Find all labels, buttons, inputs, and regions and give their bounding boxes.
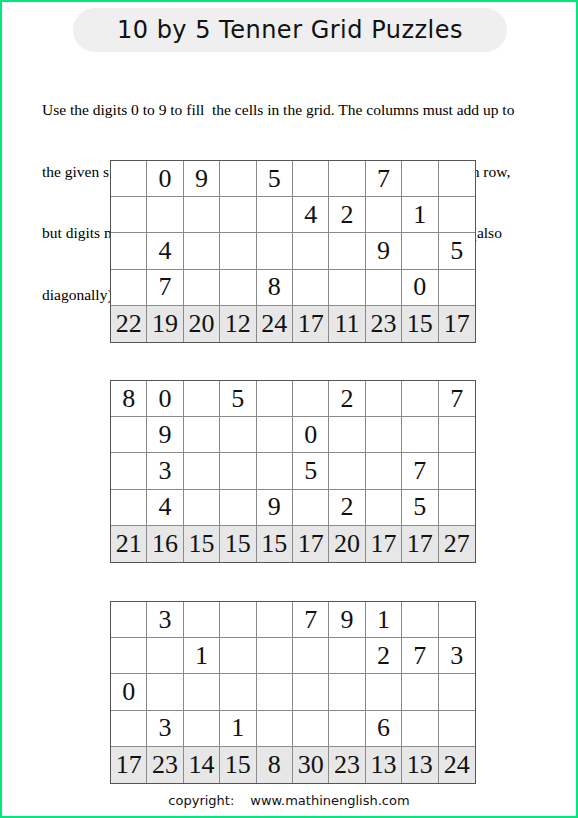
column-sum-cell: 16 bbox=[147, 526, 183, 562]
empty-cell[interactable] bbox=[366, 270, 402, 306]
empty-cell[interactable] bbox=[293, 233, 329, 269]
column-sum-cell: 15 bbox=[220, 747, 256, 783]
empty-cell[interactable] bbox=[439, 417, 475, 453]
empty-cell[interactable] bbox=[220, 490, 256, 526]
empty-cell[interactable] bbox=[257, 381, 293, 417]
column-sum-cell: 17 bbox=[366, 526, 402, 562]
empty-cell[interactable] bbox=[220, 233, 256, 269]
column-sum-cell: 19 bbox=[147, 306, 183, 342]
given-cell: 0 bbox=[147, 161, 183, 197]
empty-cell[interactable] bbox=[147, 638, 183, 674]
empty-cell[interactable] bbox=[439, 453, 475, 489]
empty-cell[interactable] bbox=[184, 602, 220, 638]
empty-cell[interactable] bbox=[111, 233, 147, 269]
given-cell: 5 bbox=[293, 453, 329, 489]
empty-cell[interactable] bbox=[111, 638, 147, 674]
given-cell: 4 bbox=[147, 490, 183, 526]
given-cell: 2 bbox=[329, 490, 365, 526]
empty-cell[interactable] bbox=[257, 233, 293, 269]
empty-cell[interactable] bbox=[257, 602, 293, 638]
empty-cell[interactable] bbox=[366, 453, 402, 489]
column-sum-cell: 24 bbox=[257, 306, 293, 342]
empty-cell[interactable] bbox=[111, 417, 147, 453]
given-cell: 7 bbox=[402, 638, 438, 674]
given-cell: 1 bbox=[366, 602, 402, 638]
column-sum-cell: 17 bbox=[439, 306, 475, 342]
given-cell: 9 bbox=[147, 417, 183, 453]
empty-cell[interactable] bbox=[111, 161, 147, 197]
empty-cell[interactable] bbox=[147, 674, 183, 710]
empty-cell[interactable] bbox=[257, 197, 293, 233]
empty-cell[interactable] bbox=[402, 233, 438, 269]
empty-cell[interactable] bbox=[220, 197, 256, 233]
empty-cell[interactable] bbox=[329, 674, 365, 710]
given-cell: 4 bbox=[147, 233, 183, 269]
empty-cell[interactable] bbox=[293, 270, 329, 306]
given-cell: 3 bbox=[147, 711, 183, 747]
tenner-grid-2: 8052790357492521161515151720171727 bbox=[110, 380, 476, 563]
column-sum-cell: 23 bbox=[329, 747, 365, 783]
empty-cell[interactable] bbox=[184, 453, 220, 489]
column-sum-cell: 15 bbox=[257, 526, 293, 562]
empty-cell[interactable] bbox=[439, 490, 475, 526]
given-cell: 1 bbox=[402, 197, 438, 233]
column-sum-cell: 17 bbox=[111, 747, 147, 783]
column-sum-cell: 15 bbox=[184, 526, 220, 562]
empty-cell[interactable] bbox=[366, 490, 402, 526]
given-cell: 0 bbox=[147, 381, 183, 417]
given-cell: 7 bbox=[147, 270, 183, 306]
copyright-label: copyright: bbox=[168, 793, 234, 808]
empty-cell[interactable] bbox=[257, 638, 293, 674]
empty-cell[interactable] bbox=[366, 197, 402, 233]
empty-cell[interactable] bbox=[111, 453, 147, 489]
empty-cell[interactable] bbox=[184, 674, 220, 710]
empty-cell[interactable] bbox=[439, 161, 475, 197]
empty-cell[interactable] bbox=[439, 270, 475, 306]
empty-cell[interactable] bbox=[329, 233, 365, 269]
column-sum-cell: 17 bbox=[402, 526, 438, 562]
column-sum-cell: 23 bbox=[147, 747, 183, 783]
empty-cell[interactable] bbox=[257, 417, 293, 453]
given-cell: 9 bbox=[184, 161, 220, 197]
column-sum-cell: 8 bbox=[257, 747, 293, 783]
empty-cell[interactable] bbox=[329, 161, 365, 197]
empty-cell[interactable] bbox=[329, 417, 365, 453]
given-cell: 2 bbox=[329, 381, 365, 417]
empty-cell[interactable] bbox=[439, 602, 475, 638]
given-cell: 0 bbox=[111, 674, 147, 710]
empty-cell[interactable] bbox=[111, 270, 147, 306]
given-cell: 2 bbox=[329, 197, 365, 233]
empty-cell[interactable] bbox=[293, 674, 329, 710]
empty-cell[interactable] bbox=[111, 602, 147, 638]
empty-cell[interactable] bbox=[293, 490, 329, 526]
given-cell: 9 bbox=[366, 233, 402, 269]
given-cell: 0 bbox=[402, 270, 438, 306]
given-cell: 7 bbox=[293, 602, 329, 638]
empty-cell[interactable] bbox=[111, 490, 147, 526]
column-sum-cell: 12 bbox=[220, 306, 256, 342]
empty-cell[interactable] bbox=[293, 711, 329, 747]
column-sum-cell: 23 bbox=[366, 306, 402, 342]
given-cell: 1 bbox=[184, 638, 220, 674]
empty-cell[interactable] bbox=[184, 711, 220, 747]
empty-cell[interactable] bbox=[293, 381, 329, 417]
empty-cell[interactable] bbox=[220, 674, 256, 710]
empty-cell[interactable] bbox=[293, 638, 329, 674]
empty-cell[interactable] bbox=[402, 417, 438, 453]
column-sum-cell: 20 bbox=[329, 526, 365, 562]
given-cell: 3 bbox=[147, 602, 183, 638]
empty-cell[interactable] bbox=[402, 381, 438, 417]
empty-cell[interactable] bbox=[220, 638, 256, 674]
empty-cell[interactable] bbox=[366, 381, 402, 417]
empty-cell[interactable] bbox=[220, 602, 256, 638]
empty-cell[interactable] bbox=[257, 674, 293, 710]
given-cell: 8 bbox=[111, 381, 147, 417]
column-sum-cell: 13 bbox=[366, 747, 402, 783]
empty-cell[interactable] bbox=[402, 711, 438, 747]
empty-cell[interactable] bbox=[220, 161, 256, 197]
empty-cell[interactable] bbox=[220, 270, 256, 306]
column-sum-cell: 15 bbox=[402, 306, 438, 342]
instructions-line: Use the digits 0 to 9 to fill the cells … bbox=[42, 100, 514, 121]
column-sum-cell: 20 bbox=[184, 306, 220, 342]
column-sum-cell: 17 bbox=[293, 526, 329, 562]
empty-cell[interactable] bbox=[184, 270, 220, 306]
given-cell: 9 bbox=[257, 490, 293, 526]
footer: copyright:www.mathinenglish.com bbox=[2, 793, 576, 808]
empty-cell[interactable] bbox=[329, 270, 365, 306]
given-cell: 8 bbox=[257, 270, 293, 306]
given-cell: 0 bbox=[293, 417, 329, 453]
column-sum-cell: 13 bbox=[402, 747, 438, 783]
empty-cell[interactable] bbox=[147, 197, 183, 233]
tenner-grid-1: 095742149578022192012241711231517 bbox=[110, 160, 476, 343]
empty-cell[interactable] bbox=[329, 638, 365, 674]
copyright-site: www.mathinenglish.com bbox=[250, 793, 409, 808]
title-pill: 10 by 5 Tenner Grid Puzzles bbox=[73, 8, 507, 52]
empty-cell[interactable] bbox=[220, 417, 256, 453]
empty-cell[interactable] bbox=[184, 417, 220, 453]
column-sum-cell: 14 bbox=[184, 747, 220, 783]
empty-cell[interactable] bbox=[439, 197, 475, 233]
empty-cell[interactable] bbox=[366, 674, 402, 710]
given-cell: 2 bbox=[366, 638, 402, 674]
column-sum-cell: 22 bbox=[111, 306, 147, 342]
given-cell: 4 bbox=[293, 197, 329, 233]
tenner-grid-3: 3791127303161723141583023131324 bbox=[110, 601, 476, 784]
given-cell: 5 bbox=[220, 381, 256, 417]
column-sum-cell: 24 bbox=[439, 747, 475, 783]
page-title: 10 by 5 Tenner Grid Puzzles bbox=[117, 16, 463, 44]
column-sum-cell: 15 bbox=[220, 526, 256, 562]
given-cell: 5 bbox=[439, 233, 475, 269]
given-cell: 3 bbox=[439, 638, 475, 674]
empty-cell[interactable] bbox=[402, 161, 438, 197]
empty-cell[interactable] bbox=[293, 161, 329, 197]
column-sum-cell: 27 bbox=[439, 526, 475, 562]
worksheet-page: 10 by 5 Tenner Grid Puzzles Use the digi… bbox=[0, 0, 578, 818]
given-cell: 1 bbox=[220, 711, 256, 747]
empty-cell[interactable] bbox=[366, 417, 402, 453]
given-cell: 7 bbox=[366, 161, 402, 197]
column-sum-cell: 17 bbox=[293, 306, 329, 342]
given-cell: 5 bbox=[402, 490, 438, 526]
empty-cell[interactable] bbox=[402, 602, 438, 638]
empty-cell[interactable] bbox=[257, 711, 293, 747]
given-cell: 6 bbox=[366, 711, 402, 747]
empty-cell[interactable] bbox=[184, 490, 220, 526]
given-cell: 7 bbox=[402, 453, 438, 489]
empty-cell[interactable] bbox=[184, 233, 220, 269]
given-cell: 5 bbox=[257, 161, 293, 197]
empty-cell[interactable] bbox=[220, 453, 256, 489]
empty-cell[interactable] bbox=[111, 711, 147, 747]
empty-cell[interactable] bbox=[184, 381, 220, 417]
column-sum-cell: 11 bbox=[329, 306, 365, 342]
given-cell: 7 bbox=[439, 381, 475, 417]
column-sum-cell: 30 bbox=[293, 747, 329, 783]
given-cell: 9 bbox=[329, 602, 365, 638]
empty-cell[interactable] bbox=[111, 197, 147, 233]
empty-cell[interactable] bbox=[439, 674, 475, 710]
column-sum-cell: 21 bbox=[111, 526, 147, 562]
given-cell: 3 bbox=[147, 453, 183, 489]
empty-cell[interactable] bbox=[329, 711, 365, 747]
empty-cell[interactable] bbox=[184, 197, 220, 233]
empty-cell[interactable] bbox=[402, 674, 438, 710]
empty-cell[interactable] bbox=[329, 453, 365, 489]
empty-cell[interactable] bbox=[439, 711, 475, 747]
empty-cell[interactable] bbox=[257, 453, 293, 489]
